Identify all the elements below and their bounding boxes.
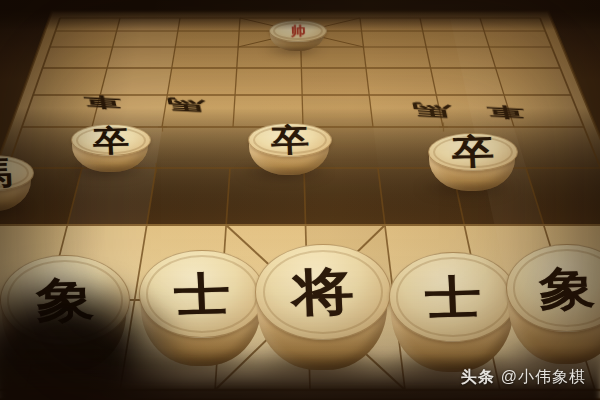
piece-black-soldier-middle[interactable]: 卒 bbox=[248, 123, 330, 175]
piece-glyph: 士 bbox=[424, 273, 482, 320]
piece-top: 卒 bbox=[248, 123, 332, 157]
piece-glyph: 将 bbox=[291, 266, 355, 319]
piece-glyph: 馬 bbox=[0, 157, 13, 189]
piece-top: 将 bbox=[255, 244, 391, 340]
piece-glyph: 馬 bbox=[410, 102, 452, 119]
piece-top: 士 bbox=[389, 252, 517, 342]
piece-glyph: 卒 bbox=[451, 134, 494, 170]
piece-black-soldier-left[interactable]: 卒 bbox=[71, 124, 149, 172]
piece-distant-flat-1[interactable]: 車 bbox=[75, 92, 131, 112]
piece-black-edge-left[interactable]: 馬 bbox=[0, 155, 32, 211]
piece-glyph: 卒 bbox=[92, 125, 129, 156]
piece-glyph: 車 bbox=[83, 94, 123, 110]
watermark: 头条@小伟象棋 bbox=[461, 367, 586, 388]
piece-distant-flat-2[interactable]: 馬 bbox=[158, 95, 214, 115]
piece-distant-flat-3[interactable]: 馬 bbox=[401, 100, 461, 120]
toutiao-brand-text: 头条 bbox=[461, 368, 495, 385]
piece-glyph: 車 bbox=[486, 104, 526, 120]
watermark-handle: @小伟象棋 bbox=[501, 368, 586, 385]
piece-glyph: 卒 bbox=[270, 124, 309, 156]
piece-glyph: 馬 bbox=[166, 97, 206, 113]
piece-black-soldier-right[interactable]: 卒 bbox=[428, 133, 516, 191]
piece-glyph: 象 bbox=[538, 264, 596, 311]
xiangqi-photo-scene: 帅 車 馬 馬 車 卒 卒 卒 馬 bbox=[0, 0, 600, 400]
piece-black-general[interactable]: 将 bbox=[255, 244, 389, 370]
background-top-shadow bbox=[0, 0, 600, 30]
piece-top: 卒 bbox=[428, 133, 518, 171]
piece-top: 卒 bbox=[71, 124, 151, 156]
piece-distant-flat-4[interactable]: 車 bbox=[478, 102, 534, 122]
piece-black-elephant-right[interactable]: 象 bbox=[506, 244, 600, 364]
